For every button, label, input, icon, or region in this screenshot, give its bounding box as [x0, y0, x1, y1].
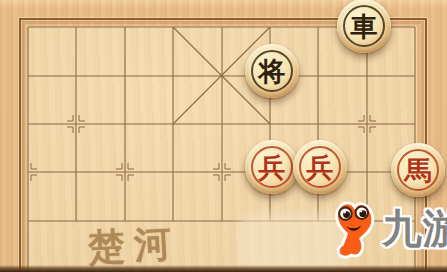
river-label-chu: 楚河: [87, 219, 181, 272]
piece-black-general[interactable]: 将: [245, 44, 299, 98]
piece-glyph: 将: [259, 58, 286, 85]
jiuyou-logo-text: 九游: [382, 208, 447, 248]
piece-red-soldier-1[interactable]: 兵: [245, 140, 299, 194]
jiuyou-mascot-icon: [330, 199, 380, 261]
piece-glyph: 兵: [259, 154, 286, 181]
board-bottom-shadow: [0, 265, 447, 272]
piece-red-soldier-2[interactable]: 兵: [293, 140, 347, 194]
piece-glyph: 車: [351, 13, 378, 40]
piece-glyph: 馬: [405, 157, 432, 184]
piece-glyph: 兵: [307, 154, 334, 181]
piece-black-chariot[interactable]: 車: [337, 0, 391, 53]
piece-red-horse[interactable]: 馬: [391, 143, 445, 197]
jiuyou-watermark: 九游: [330, 199, 447, 261]
xiangqi-game-screen: 楚河 車 将 兵 兵 馬 九游: [0, 0, 447, 272]
